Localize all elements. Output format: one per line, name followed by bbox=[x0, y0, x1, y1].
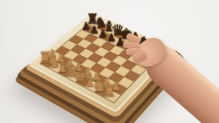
piece-black-pawn-h7[interactable]: ♟ bbox=[139, 49, 156, 60]
chessboard: ♜♞♝♛♚♝♞♜♟♟♟♟♟♟♟♟♟♟♟♟♟♟♟♟♜♞♝♛♚♝♞♜ bbox=[30, 14, 173, 110]
board-scene: ♜♞♝♛♚♝♞♜♟♟♟♟♟♟♟♟♟♟♟♟♟♟♟♟♜♞♝♛♚♝♞♜ bbox=[0, 0, 219, 123]
square-h7[interactable]: ♟ bbox=[143, 52, 158, 62]
piece-white-rook-h1[interactable]: ♜ bbox=[100, 83, 119, 99]
square-h1[interactable]: ♜ bbox=[104, 90, 121, 102]
photo-stage: ♜♞♝♛♚♝♞♜♟♟♟♟♟♟♟♟♟♟♟♟♟♟♟♟♜♞♝♛♚♝♞♜ bbox=[0, 0, 219, 123]
board-grid: ♜♞♝♛♚♝♞♜♟♟♟♟♟♟♟♟♟♟♟♟♟♟♟♟♜♞♝♛♚♝♞♜ bbox=[41, 20, 164, 103]
